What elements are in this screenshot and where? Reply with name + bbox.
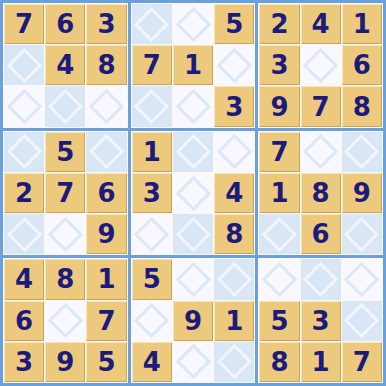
cell-r3c4[interactable] [132,86,172,126]
empty-cell-diamond-icon [48,89,83,124]
cell-r8c7: 5 [259,301,299,341]
cell-r4c8[interactable] [301,132,341,172]
cell-r2c3: 8 [86,45,126,85]
sudoku-box-7: 48167395 [3,258,128,383]
empty-cell-diamond-icon [175,89,210,124]
empty-cell-diamond-icon [134,303,169,338]
sudoku-box-9: 53817 [258,258,383,383]
cell-r2c9: 6 [342,45,382,85]
empty-cell-diamond-icon [175,217,210,252]
cell-r7c2: 8 [45,259,85,299]
cell-r1c7: 2 [259,4,299,44]
empty-cell-diamond-icon [89,134,124,169]
sudoku-box-5: 1348 [131,131,256,256]
sudoku-board: 7634857132413697852769134871896481673955… [0,0,386,386]
empty-cell-diamond-icon [303,48,338,83]
empty-cell-diamond-icon [6,48,41,83]
cell-r6c9[interactable] [342,214,382,254]
cell-r5c2: 7 [45,173,85,213]
cell-r5c1: 2 [4,173,44,213]
cell-r6c5[interactable] [173,214,213,254]
cell-r7c1: 4 [4,259,44,299]
sudoku-box-8: 5914 [131,258,256,383]
cell-r9c5[interactable] [173,342,213,382]
cell-r5c3: 6 [86,173,126,213]
cell-r8c6: 1 [214,301,254,341]
cell-r6c4[interactable] [132,214,172,254]
cell-r6c6: 8 [214,214,254,254]
cell-r2c5: 1 [173,45,213,85]
cell-r3c6: 3 [214,86,254,126]
cell-r8c1: 6 [4,301,44,341]
sudoku-box-6: 71896 [258,131,383,256]
cell-r8c9[interactable] [342,301,382,341]
cell-r2c1[interactable] [4,45,44,85]
cell-r6c8: 6 [301,214,341,254]
empty-cell-diamond-icon [175,175,210,210]
cell-r1c5[interactable] [173,4,213,44]
cell-r7c3: 1 [86,259,126,299]
cell-r7c7[interactable] [259,259,299,299]
cell-r6c1[interactable] [4,214,44,254]
empty-cell-diamond-icon [175,344,210,379]
cell-r1c1: 7 [4,4,44,44]
cell-r6c7[interactable] [259,214,299,254]
cell-r9c2: 9 [45,342,85,382]
cell-r9c1: 3 [4,342,44,382]
cell-r2c7: 3 [259,45,299,85]
cell-r9c3: 5 [86,342,126,382]
cell-r2c8[interactable] [301,45,341,85]
cell-r9c8: 1 [301,342,341,382]
empty-cell-diamond-icon [175,134,210,169]
cell-r3c7: 9 [259,86,299,126]
cell-r1c2: 6 [45,4,85,44]
sudoku-box-3: 24136978 [258,3,383,128]
empty-cell-diamond-icon [175,6,210,41]
empty-cell-diamond-icon [217,134,252,169]
empty-cell-diamond-icon [344,134,379,169]
cell-r1c6: 5 [214,4,254,44]
cell-r4c4: 1 [132,132,172,172]
empty-cell-diamond-icon [344,303,379,338]
cell-r1c4[interactable] [132,4,172,44]
empty-cell-diamond-icon [217,48,252,83]
cell-r9c4: 4 [132,342,172,382]
cell-r8c5: 9 [173,301,213,341]
cell-r2c6[interactable] [214,45,254,85]
empty-cell-diamond-icon [262,217,297,252]
cell-r3c3[interactable] [86,86,126,126]
empty-cell-diamond-icon [344,217,379,252]
sudoku-box-1: 76348 [3,3,128,128]
cell-r7c4: 5 [132,259,172,299]
cell-r5c7: 1 [259,173,299,213]
cell-r4c6[interactable] [214,132,254,172]
cell-r9c7: 8 [259,342,299,382]
empty-cell-diamond-icon [89,89,124,124]
cell-r3c2[interactable] [45,86,85,126]
cell-r7c9[interactable] [342,259,382,299]
cell-r3c5[interactable] [173,86,213,126]
empty-cell-diamond-icon [48,303,83,338]
cell-r2c2: 4 [45,45,85,85]
cell-r4c2: 5 [45,132,85,172]
cell-r1c8: 4 [301,4,341,44]
cell-r7c8[interactable] [301,259,341,299]
empty-cell-diamond-icon [6,89,41,124]
cell-r5c6: 4 [214,173,254,213]
cell-r6c2[interactable] [45,214,85,254]
empty-cell-diamond-icon [217,262,252,297]
empty-cell-diamond-icon [175,262,210,297]
cell-r4c1[interactable] [4,132,44,172]
empty-cell-diamond-icon [303,262,338,297]
cell-r3c1[interactable] [4,86,44,126]
cell-r8c3: 7 [86,301,126,341]
cell-r9c6[interactable] [214,342,254,382]
empty-cell-diamond-icon [262,262,297,297]
cell-r3c8: 7 [301,86,341,126]
cell-r5c8: 8 [301,173,341,213]
empty-cell-diamond-icon [134,89,169,124]
cell-r8c4[interactable] [132,301,172,341]
cell-r5c9: 9 [342,173,382,213]
cell-r7c5[interactable] [173,259,213,299]
empty-cell-diamond-icon [134,6,169,41]
cell-r2c4: 7 [132,45,172,85]
sudoku-box-2: 5713 [131,3,256,128]
empty-cell-diamond-icon [6,217,41,252]
cell-r8c8: 3 [301,301,341,341]
cell-r4c3[interactable] [86,132,126,172]
empty-cell-diamond-icon [303,134,338,169]
cell-r1c9: 1 [342,4,382,44]
sudoku-box-4: 52769 [3,131,128,256]
empty-cell-diamond-icon [134,217,169,252]
cell-r4c5[interactable] [173,132,213,172]
empty-cell-diamond-icon [48,217,83,252]
cell-r3c9: 8 [342,86,382,126]
empty-cell-diamond-icon [6,134,41,169]
empty-cell-diamond-icon [217,344,252,379]
cell-r9c9: 7 [342,342,382,382]
cell-r6c3: 9 [86,214,126,254]
empty-cell-diamond-icon [344,262,379,297]
cell-r5c4: 3 [132,173,172,213]
cell-r4c7: 7 [259,132,299,172]
cell-r4c9[interactable] [342,132,382,172]
cell-r8c2[interactable] [45,301,85,341]
cell-r5c5[interactable] [173,173,213,213]
cell-r1c3: 3 [86,4,126,44]
cell-r7c6[interactable] [214,259,254,299]
